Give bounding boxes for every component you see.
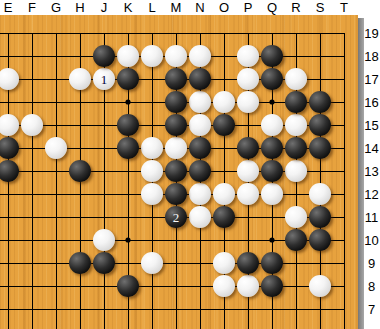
stone-black <box>117 114 139 136</box>
stone-black <box>285 91 307 113</box>
stone-black <box>165 160 187 182</box>
row-label: 19 <box>363 26 380 41</box>
stone-white <box>69 68 91 90</box>
column-label: O <box>219 0 229 15</box>
stone-white <box>189 91 211 113</box>
stone-black <box>285 229 307 251</box>
stone-black <box>165 91 187 113</box>
row-label: 9 <box>363 256 380 271</box>
column-label: M <box>171 0 182 15</box>
column-label: T <box>340 0 348 15</box>
column-label: F <box>28 0 36 15</box>
stone-black <box>117 68 139 90</box>
column-label: E <box>4 0 13 15</box>
stone-black <box>69 252 91 274</box>
stone-white <box>237 160 259 182</box>
stone-white <box>309 183 331 205</box>
stone-black <box>309 206 331 228</box>
stone-black <box>309 91 331 113</box>
stone-black <box>261 137 283 159</box>
stone-white <box>45 137 67 159</box>
row-label: 14 <box>363 141 380 156</box>
column-label: J <box>101 0 108 15</box>
star-point <box>269 237 274 242</box>
stone-white <box>213 275 235 297</box>
stone-white <box>285 160 307 182</box>
stone-black <box>69 160 91 182</box>
column-label: N <box>195 0 204 15</box>
stone-white <box>213 252 235 274</box>
column-label: R <box>291 0 300 15</box>
row-label: 8 <box>363 279 380 294</box>
column-label: P <box>244 0 253 15</box>
stone-black <box>189 68 211 90</box>
stone-black <box>189 160 211 182</box>
stone-black <box>261 252 283 274</box>
vertical-scrollbar[interactable] <box>358 18 364 329</box>
stone-black <box>165 183 187 205</box>
row-label: 12 <box>363 187 380 202</box>
stone-white <box>213 91 235 113</box>
row-label: 7 <box>363 302 380 317</box>
stone-black <box>309 114 331 136</box>
stone-white <box>93 229 115 251</box>
stone-white <box>165 137 187 159</box>
stone-black <box>189 137 211 159</box>
stone-white <box>141 137 163 159</box>
star-point <box>125 99 130 104</box>
stone-white <box>165 45 187 67</box>
stone-white <box>237 275 259 297</box>
stone-black <box>165 68 187 90</box>
stone-white <box>213 183 235 205</box>
stone-white <box>261 183 283 205</box>
move-number-label: 1 <box>101 73 108 86</box>
goban-surface[interactable]: 12 <box>0 15 358 329</box>
stone-black <box>93 252 115 274</box>
stone-black <box>237 137 259 159</box>
stone-white <box>309 275 331 297</box>
stone-black <box>213 114 235 136</box>
stone-black <box>117 275 139 297</box>
stone-black <box>285 137 307 159</box>
stone-white <box>141 45 163 67</box>
row-label: 13 <box>363 164 380 179</box>
stone-black <box>117 137 139 159</box>
stone-white <box>141 252 163 274</box>
stone-black <box>165 114 187 136</box>
row-label: 18 <box>363 49 380 64</box>
stone-white <box>21 114 43 136</box>
stone-black <box>261 68 283 90</box>
move-number-label: 2 <box>173 211 180 224</box>
go-board-panel: EFGHJKLMNOPQRST 19181716151413121110987 … <box>0 0 380 329</box>
stone-white <box>189 183 211 205</box>
stone-black <box>261 45 283 67</box>
stone-black: 2 <box>165 206 187 228</box>
star-point <box>125 237 130 242</box>
stone-black <box>213 206 235 228</box>
column-label: L <box>148 0 155 15</box>
stone-white <box>117 45 139 67</box>
stone-white <box>141 183 163 205</box>
stone-white <box>141 160 163 182</box>
row-label: 17 <box>363 72 380 87</box>
stone-black <box>261 160 283 182</box>
stone-white <box>261 114 283 136</box>
stone-white <box>285 68 307 90</box>
row-label: 10 <box>363 233 380 248</box>
row-label: 11 <box>363 210 380 225</box>
column-label: S <box>316 0 325 15</box>
stone-black <box>93 45 115 67</box>
star-point <box>269 99 274 104</box>
stone-white <box>237 68 259 90</box>
stone-white <box>189 206 211 228</box>
stone-black <box>261 275 283 297</box>
stone-white <box>237 183 259 205</box>
stone-white <box>189 114 211 136</box>
stone-white <box>285 206 307 228</box>
stone-black <box>309 229 331 251</box>
column-label: H <box>75 0 84 15</box>
column-label: K <box>124 0 133 15</box>
stone-white <box>237 91 259 113</box>
column-label: Q <box>267 0 277 15</box>
column-label: G <box>51 0 61 15</box>
stone-black <box>309 137 331 159</box>
row-label: 15 <box>363 118 380 133</box>
stone-black <box>237 252 259 274</box>
stone-white <box>285 114 307 136</box>
stone-white: 1 <box>93 68 115 90</box>
row-label: 16 <box>363 95 380 110</box>
stone-white <box>237 45 259 67</box>
stone-white <box>189 45 211 67</box>
